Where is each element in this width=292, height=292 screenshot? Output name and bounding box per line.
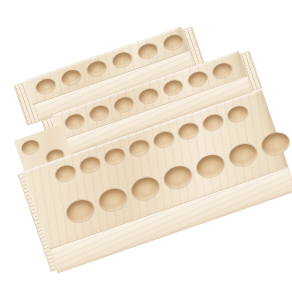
bottle-hole [60,68,83,88]
bottle-hole [162,33,185,53]
bottle-hole [129,174,162,203]
bottle-hole [161,77,184,97]
display-rack [0,6,292,277]
bottle-hole [64,196,97,225]
bottle-hole [259,129,292,158]
bottle-hole [111,50,134,70]
bottle-hole [88,103,111,123]
bottle-hole [34,76,57,96]
bottle-hole [63,111,86,131]
bottle-hole [20,138,41,156]
bottle-hole [136,41,159,61]
bottle-hole [53,163,77,184]
bottle-hole [211,60,234,80]
bottle-hole [186,69,209,89]
bottle-hole [176,121,200,142]
bottle-hole [103,146,127,167]
bottle-hole [194,151,227,180]
bottle-hole [226,140,259,169]
bottle-hole [161,162,194,191]
bottle-hole [78,155,102,176]
bottle-hole [96,185,129,214]
bottle-hole [137,86,160,106]
bottle-hole [85,59,108,79]
bottle-hole [112,94,135,114]
bottle-hole [226,104,250,125]
bottle-hole [152,129,176,150]
bottle-hole [201,112,225,133]
bottle-hole [127,138,151,159]
product-photo-canvas [0,0,292,292]
